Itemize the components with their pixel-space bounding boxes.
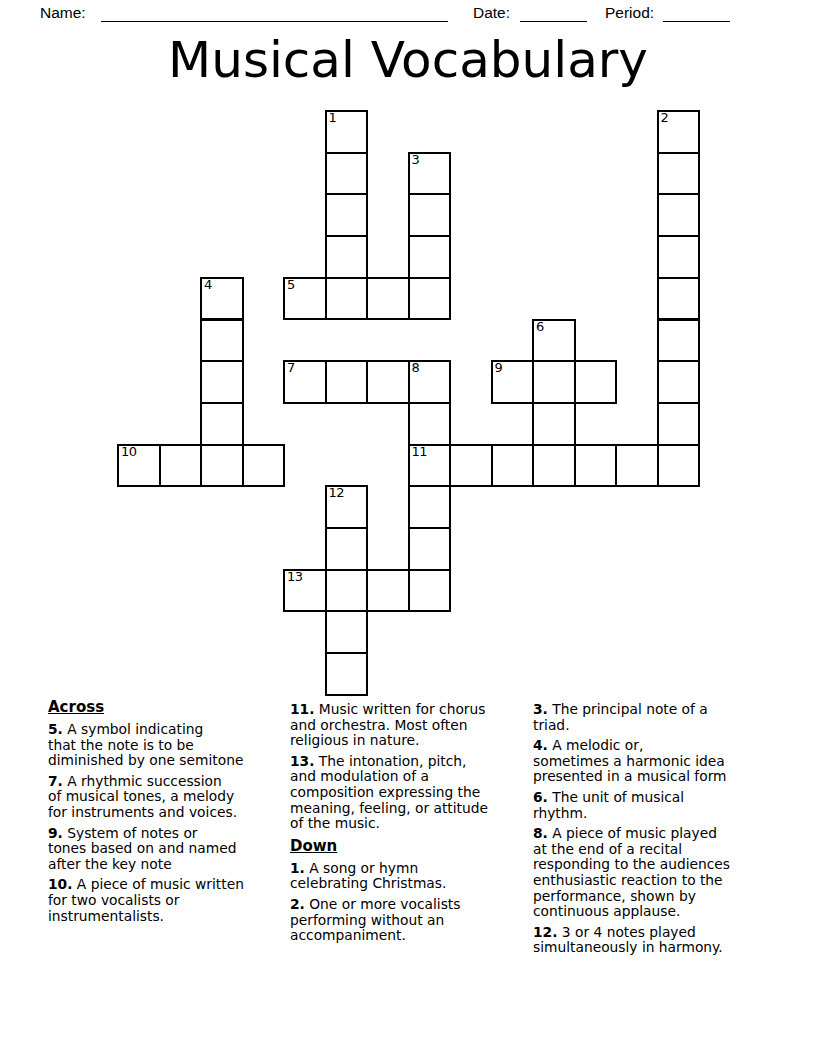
down-heading: Down <box>290 837 532 856</box>
grid-cell-r4c2[interactable]: 4 <box>200 277 244 321</box>
grid-cell-r11c5[interactable] <box>325 569 369 613</box>
clue-10: 10. A piece of music written for two voc… <box>48 877 290 924</box>
grid-cell-r6c6[interactable] <box>366 360 410 404</box>
clue-text: A symbol indicating that the note is to … <box>48 721 243 768</box>
grid-cell-r9c7[interactable] <box>408 485 452 529</box>
clue-number-label: 8. <box>533 825 548 841</box>
across-heading: Across <box>48 698 290 717</box>
grid-cell-r4c6[interactable] <box>366 277 410 321</box>
grid-cell-r1c5[interactable] <box>325 152 369 196</box>
grid-cell-r9c5[interactable]: 12 <box>325 485 369 529</box>
clue-text: One or more vocalists performing without… <box>290 896 460 943</box>
cell-number-6: 6 <box>536 320 544 334</box>
grid-cell-r2c7[interactable] <box>408 193 452 237</box>
grid-cell-r0c5[interactable]: 1 <box>325 110 369 154</box>
clue-number-label: 5. <box>48 721 63 737</box>
clue-2: 2. One or more vocalists performing with… <box>290 897 532 944</box>
grid-cell-r3c5[interactable] <box>325 235 369 279</box>
cell-number-10: 10 <box>121 445 137 459</box>
grid-cell-r4c4[interactable]: 5 <box>283 277 327 321</box>
clue-8: 8. A piece of music played at the end of… <box>533 826 775 920</box>
grid-cell-r3c7[interactable] <box>408 235 452 279</box>
clue-1: 1. A song or hymn celebrating Christmas. <box>290 861 532 892</box>
grid-cell-r4c7[interactable] <box>408 277 452 321</box>
period-blank-field[interactable] <box>663 3 730 22</box>
grid-cell-r8c13[interactable] <box>657 444 701 488</box>
cell-number-3: 3 <box>412 153 420 167</box>
grid-cell-r7c10[interactable] <box>532 402 576 446</box>
clue-text: Music written for chorus and orchestra. … <box>290 701 485 748</box>
clue-text: A song or hymn celebrating Christmas. <box>290 860 446 892</box>
grid-cell-r8c8[interactable] <box>449 444 493 488</box>
clue-number-label: 2. <box>290 896 305 912</box>
clue-number-label: 11. <box>290 701 314 717</box>
grid-cell-r7c2[interactable] <box>200 402 244 446</box>
worksheet-page: Name: Date: Period: Musical Vocabulary 1… <box>0 0 816 1056</box>
grid-cell-r8c7[interactable]: 11 <box>408 444 452 488</box>
cell-number-11: 11 <box>412 445 428 459</box>
grid-cell-r6c10[interactable] <box>532 360 576 404</box>
clue-text: The unit of musical rhythm. <box>533 789 684 821</box>
cell-number-7: 7 <box>287 361 295 375</box>
grid-cell-r0c13[interactable]: 2 <box>657 110 701 154</box>
grid-cell-r4c13[interactable] <box>657 277 701 321</box>
grid-cell-r12c5[interactable] <box>325 610 369 654</box>
clue-text: System of notes or tones based on and na… <box>48 825 237 872</box>
grid-cell-r13c5[interactable] <box>325 652 369 696</box>
grid-cell-r8c3[interactable] <box>242 444 286 488</box>
grid-cell-r8c10[interactable] <box>532 444 576 488</box>
grid-cell-r6c9[interactable]: 9 <box>491 360 535 404</box>
cell-number-2: 2 <box>661 111 669 125</box>
cell-number-1: 1 <box>329 111 337 125</box>
clue-13: 13. The intonation, pitch, and modulatio… <box>290 754 532 832</box>
grid-cell-r1c13[interactable] <box>657 152 701 196</box>
clue-number-label: 3. <box>533 701 548 717</box>
clue-text: A piece of music written for two vocalis… <box>48 876 244 923</box>
clue-3: 3. The principal note of a triad. <box>533 702 775 733</box>
grid-cell-r7c7[interactable] <box>408 402 452 446</box>
clue-4: 4. A melodic or, sometimes a harmonic id… <box>533 738 775 785</box>
grid-cell-r10c5[interactable] <box>325 527 369 571</box>
clue-9: 9. System of notes or tones based on and… <box>48 826 290 873</box>
grid-cell-r11c7[interactable] <box>408 569 452 613</box>
clue-12: 12. 3 or 4 notes played simultaneously i… <box>533 925 775 956</box>
clue-6: 6. The unit of musical rhythm. <box>533 790 775 821</box>
grid-cell-r11c4[interactable]: 13 <box>283 569 327 613</box>
clue-7: 7. A rhythmic succession of musical tone… <box>48 774 290 821</box>
cell-number-9: 9 <box>495 361 503 375</box>
grid-cell-r8c2[interactable] <box>200 444 244 488</box>
clue-number-label: 4. <box>533 737 548 753</box>
clue-column-left: Across5. A symbol indicating that the no… <box>48 698 290 929</box>
grid-cell-r7c13[interactable] <box>657 402 701 446</box>
grid-cell-r5c10[interactable]: 6 <box>532 319 576 363</box>
grid-cell-r3c13[interactable] <box>657 235 701 279</box>
page-title: Musical Vocabulary <box>0 31 816 89</box>
clue-number-label: 7. <box>48 773 63 789</box>
cell-number-13: 13 <box>287 570 303 584</box>
grid-cell-r8c1[interactable] <box>159 444 203 488</box>
grid-cell-r8c11[interactable] <box>574 444 618 488</box>
clue-number-label: 12. <box>533 924 557 940</box>
clue-text: A piece of music played at the end of a … <box>533 825 730 919</box>
grid-cell-r8c12[interactable] <box>615 444 659 488</box>
cell-number-12: 12 <box>329 486 345 500</box>
grid-cell-r1c7[interactable]: 3 <box>408 152 452 196</box>
clue-text: A rhythmic succession of musical tones, … <box>48 773 237 820</box>
period-label: Period: <box>605 4 654 22</box>
grid-cell-r10c7[interactable] <box>408 527 452 571</box>
cell-number-5: 5 <box>287 278 295 292</box>
clue-number-label: 13. <box>290 753 314 769</box>
date-label: Date: <box>473 4 510 22</box>
clue-text: The intonation, pitch, and modulation of… <box>290 753 488 831</box>
grid-cell-r2c13[interactable] <box>657 193 701 237</box>
grid-cell-r11c6[interactable] <box>366 569 410 613</box>
grid-cell-r2c5[interactable] <box>325 193 369 237</box>
grid-cell-r6c11[interactable] <box>574 360 618 404</box>
grid-cell-r6c4[interactable]: 7 <box>283 360 327 404</box>
clue-number-label: 6. <box>533 789 548 805</box>
grid-cell-r6c7[interactable]: 8 <box>408 360 452 404</box>
grid-cell-r6c5[interactable] <box>325 360 369 404</box>
grid-cell-r4c5[interactable] <box>325 277 369 321</box>
grid-cell-r5c2[interactable] <box>200 319 244 363</box>
clue-column-right: 3. The principal note of a triad.4. A me… <box>533 702 775 961</box>
clue-number-label: 10. <box>48 876 72 892</box>
clue-number-label: 1. <box>290 860 305 876</box>
grid-cell-r8c0[interactable]: 10 <box>117 444 161 488</box>
name-blank-field[interactable] <box>101 3 448 22</box>
grid-cell-r8c9[interactable] <box>491 444 535 488</box>
grid-cell-r5c13[interactable] <box>657 319 701 363</box>
cell-number-4: 4 <box>204 278 212 292</box>
clue-5: 5. A symbol indicating that the note is … <box>48 722 290 769</box>
cell-number-8: 8 <box>412 361 420 375</box>
grid-cell-r6c13[interactable] <box>657 360 701 404</box>
clue-text: 3 or 4 notes played simultaneously in ha… <box>533 924 723 956</box>
clue-text: A melodic or, sometimes a harmonic idea … <box>533 737 727 784</box>
clue-11: 11. Music written for chorus and orchest… <box>290 702 532 749</box>
clue-column-middle: 11. Music written for chorus and orchest… <box>290 702 532 949</box>
clue-number-label: 9. <box>48 825 63 841</box>
name-label: Name: <box>40 4 86 22</box>
clue-text: The principal note of a triad. <box>533 701 708 733</box>
grid-cell-r6c2[interactable] <box>200 360 244 404</box>
date-blank-field[interactable] <box>520 3 587 22</box>
